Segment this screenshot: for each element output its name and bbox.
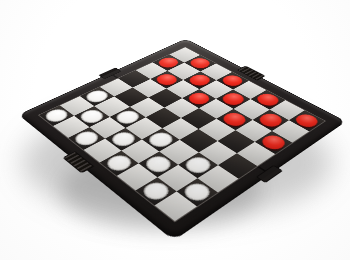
photo-background <box>0 0 350 260</box>
board-frame <box>18 39 346 241</box>
